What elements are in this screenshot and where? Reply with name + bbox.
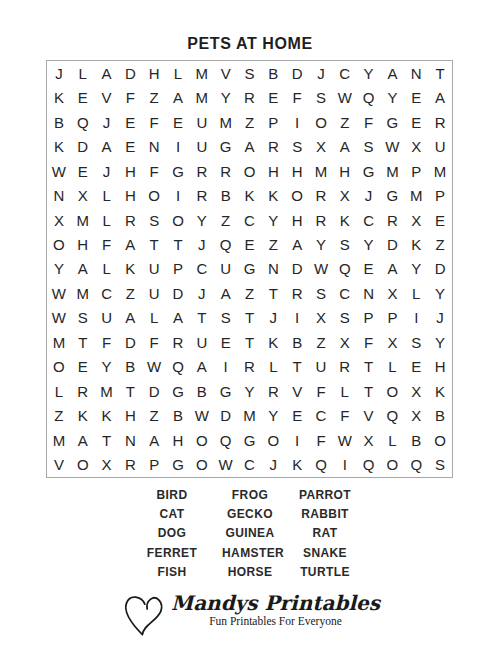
grid-cell-r4c11: S xyxy=(285,134,309,158)
grid-cell-r2c14: Q xyxy=(357,85,381,109)
grid-cell-r3c1: B xyxy=(47,110,71,134)
grid-cell-r8c1: O xyxy=(47,232,71,256)
grid-cell-r3c17: R xyxy=(428,110,452,134)
grid-cell-r3c2: Q xyxy=(71,110,95,134)
grid-cell-r2c8: Y xyxy=(214,85,238,109)
grid-cell-r11c11: I xyxy=(285,306,309,330)
grid-cell-r3c10: P xyxy=(261,110,285,134)
grid-cell-r9c17: D xyxy=(428,257,452,281)
grid-cell-r3c15: G xyxy=(381,110,405,134)
grid-cell-r9c7: C xyxy=(190,257,214,281)
grid-cell-r16c17: O xyxy=(428,428,452,452)
grid-cell-r2c2: E xyxy=(71,85,95,109)
grid-cell-r8c15: D xyxy=(381,232,405,256)
grid-cell-r17c12: Q xyxy=(309,453,333,477)
grid-cell-r1c7: M xyxy=(190,61,214,85)
grid-cell-r3c4: E xyxy=(118,110,142,134)
grid-cell-r9c11: D xyxy=(285,257,309,281)
grid-cell-r11c10: J xyxy=(261,306,285,330)
grid-cell-r6c13: X xyxy=(333,183,357,207)
grid-cell-r8c8: Q xyxy=(214,232,238,256)
word-item-bird: BIRD xyxy=(122,486,222,505)
grid-cell-r17c1: V xyxy=(47,453,71,477)
grid-cell-r7c8: Z xyxy=(214,208,238,232)
grid-cell-r8c12: Y xyxy=(309,232,333,256)
grid-cell-r15c17: B xyxy=(428,404,452,428)
grid-cell-r9c2: A xyxy=(71,257,95,281)
grid-cell-r5c16: P xyxy=(404,159,428,183)
grid-cell-r1c6: L xyxy=(166,61,190,85)
grid-cell-r2c9: R xyxy=(238,85,262,109)
word-item-rat: RAT xyxy=(278,524,372,543)
grid-cell-r15c2: K xyxy=(71,404,95,428)
grid-cell-r13c1: O xyxy=(47,355,71,379)
word-item-dog: DOG xyxy=(122,524,222,543)
grid-cell-r1c14: Y xyxy=(357,61,381,85)
grid-cell-r15c13: F xyxy=(333,404,357,428)
grid-cell-r17c5: P xyxy=(142,453,166,477)
grid-cell-r13c9: R xyxy=(238,355,262,379)
grid-cell-r10c7: J xyxy=(190,281,214,305)
grid-cell-r16c8: Q xyxy=(214,428,238,452)
grid-cell-r3c5: F xyxy=(142,110,166,134)
grid-cell-r15c3: K xyxy=(95,404,119,428)
grid-cell-r6c17: P xyxy=(428,183,452,207)
word-list-column-3: PARROTRABBITRATSNAKETURTLE xyxy=(278,486,372,582)
grid-cell-r6c6: I xyxy=(166,183,190,207)
grid-cell-r17c3: X xyxy=(95,453,119,477)
grid-cell-r16c15: L xyxy=(381,428,405,452)
grid-cell-r12c2: T xyxy=(71,330,95,354)
grid-cell-r4c17: U xyxy=(428,134,452,158)
grid-cell-r16c9: G xyxy=(238,428,262,452)
grid-cell-r11c3: U xyxy=(95,306,119,330)
grid-cell-r17c16: Q xyxy=(404,453,428,477)
grid-cell-r7c6: O xyxy=(166,208,190,232)
grid-cell-r12c12: Z xyxy=(309,330,333,354)
grid-cell-r17c13: I xyxy=(333,453,357,477)
grid-cell-r4c12: X xyxy=(309,134,333,158)
grid-cell-r6c7: R xyxy=(190,183,214,207)
grid-cell-r1c1: J xyxy=(47,61,71,85)
grid-cell-r2c11: F xyxy=(285,85,309,109)
grid-cell-r1c17: T xyxy=(428,61,452,85)
grid-cell-r17c11: K xyxy=(285,453,309,477)
grid-cell-r5c4: H xyxy=(118,159,142,183)
grid-cell-r17c8: W xyxy=(214,453,238,477)
grid-cell-r1c2: L xyxy=(71,61,95,85)
grid-cell-r5c15: M xyxy=(381,159,405,183)
grid-cell-r17c4: R xyxy=(118,453,142,477)
grid-cell-r17c2: O xyxy=(71,453,95,477)
grid-cell-r4c4: E xyxy=(118,134,142,158)
grid-cell-r3c14: F xyxy=(357,110,381,134)
grid-cell-r8c2: H xyxy=(71,232,95,256)
grid-cell-r8c17: Z xyxy=(428,232,452,256)
word-list: BIRDCATDOGFERRETFISH FROGGECKOGUINEAHAMS… xyxy=(122,486,372,582)
grid-cell-r6c3: L xyxy=(95,183,119,207)
grid-cell-r9c6: P xyxy=(166,257,190,281)
grid-cell-r8c14: Y xyxy=(357,232,381,256)
grid-cell-r12c3: F xyxy=(95,330,119,354)
grid-cell-r13c12: U xyxy=(309,355,333,379)
grid-cell-r17c17: S xyxy=(428,453,452,477)
grid-cell-r13c17: H xyxy=(428,355,452,379)
grid-cell-r7c12: R xyxy=(309,208,333,232)
grid-cell-r17c6: G xyxy=(166,453,190,477)
grid-cell-r11c17: J xyxy=(428,306,452,330)
grid-cell-r9c5: U xyxy=(142,257,166,281)
grid-cell-r6c8: B xyxy=(214,183,238,207)
grid-cell-r10c1: W xyxy=(47,281,71,305)
grid-cell-r12c10: K xyxy=(261,330,285,354)
grid-cell-r8c6: T xyxy=(166,232,190,256)
grid-cell-r14c2: R xyxy=(71,379,95,403)
grid-cell-r16c7: O xyxy=(190,428,214,452)
grid-cell-r8c7: J xyxy=(190,232,214,256)
word-item-hamster: HAMSTER xyxy=(222,544,278,563)
grid-cell-r12c6: R xyxy=(166,330,190,354)
grid-cell-r5c17: M xyxy=(428,159,452,183)
grid-cell-r5c8: R xyxy=(214,159,238,183)
grid-cell-r1c3: A xyxy=(95,61,119,85)
grid-cell-r15c14: V xyxy=(357,404,381,428)
grid-cell-r11c13: S xyxy=(333,306,357,330)
grid-cell-r4c7: U xyxy=(190,134,214,158)
brand-footer: Mandys Printables Fun Printables For Eve… xyxy=(0,591,500,642)
grid-cell-r10c13: C xyxy=(333,281,357,305)
grid-cell-r5c7: R xyxy=(190,159,214,183)
grid-cell-r10c16: L xyxy=(404,281,428,305)
grid-cell-r6c11: O xyxy=(285,183,309,207)
grid-cell-r17c9: C xyxy=(238,453,262,477)
grid-cell-r17c10: J xyxy=(261,453,285,477)
grid-cell-r3c16: E xyxy=(404,110,428,134)
grid-cell-r13c13: R xyxy=(333,355,357,379)
grid-cell-r16c4: N xyxy=(118,428,142,452)
grid-cell-r4c5: N xyxy=(142,134,166,158)
grid-cell-r9c13: Q xyxy=(333,257,357,281)
grid-cell-r15c8: D xyxy=(214,404,238,428)
grid-cell-r8c3: F xyxy=(95,232,119,256)
grid-cell-r1c5: H xyxy=(142,61,166,85)
grid-cell-r9c9: G xyxy=(238,257,262,281)
grid-cell-r5c11: H xyxy=(285,159,309,183)
grid-cell-r13c6: Q xyxy=(166,355,190,379)
grid-cell-r9c14: E xyxy=(357,257,381,281)
grid-cell-r14c8: G xyxy=(214,379,238,403)
word-item-horse: HORSE xyxy=(222,563,278,582)
grid-cell-r12c15: X xyxy=(381,330,405,354)
grid-cell-r11c12: X xyxy=(309,306,333,330)
grid-cell-r10c4: Z xyxy=(118,281,142,305)
grid-cell-r12c7: U xyxy=(190,330,214,354)
grid-cell-r9c1: Y xyxy=(47,257,71,281)
grid-cell-r8c5: T xyxy=(142,232,166,256)
grid-cell-r7c5: S xyxy=(142,208,166,232)
grid-cell-r15c10: Y xyxy=(261,404,285,428)
brand-text-block: Mandys Printables Fun Printables For Eve… xyxy=(171,591,380,628)
grid-cell-r17c14: Q xyxy=(357,453,381,477)
grid-cell-r2c1: K xyxy=(47,85,71,109)
grid-cell-r8c9: E xyxy=(238,232,262,256)
grid-cell-r9c10: N xyxy=(261,257,285,281)
grid-cell-r5c14: G xyxy=(357,159,381,183)
grid-cell-r12c5: F xyxy=(142,330,166,354)
brand-tagline: Fun Printables For Everyone xyxy=(171,615,380,628)
grid-cell-r14c7: B xyxy=(190,379,214,403)
grid-cell-r15c12: C xyxy=(309,404,333,428)
grid-cell-r13c8: I xyxy=(214,355,238,379)
word-item-guinea: GUINEA xyxy=(222,524,278,543)
grid-cell-r9c4: K xyxy=(118,257,142,281)
word-search-page: PETS AT HOME JLADHLMVSBDJCYANTKEVFZAMYRE… xyxy=(0,0,500,647)
grid-cell-r14c13: L xyxy=(333,379,357,403)
grid-cell-r4c1: K xyxy=(47,134,71,158)
grid-cell-r4c6: I xyxy=(166,134,190,158)
grid-cell-r7c14: C xyxy=(357,208,381,232)
grid-cell-r8c4: A xyxy=(118,232,142,256)
word-list-column-1: BIRDCATDOGFERRETFISH xyxy=(122,486,222,582)
grid-cell-r16c5: A xyxy=(142,428,166,452)
grid-cell-r6c9: K xyxy=(238,183,262,207)
grid-cell-r1c4: D xyxy=(118,61,142,85)
grid-cell-r6c4: H xyxy=(118,183,142,207)
grid-cell-r2c5: Z xyxy=(142,85,166,109)
grid-cell-r10c8: A xyxy=(214,281,238,305)
grid-cell-r14c5: D xyxy=(142,379,166,403)
grid-cell-r2c15: Y xyxy=(381,85,405,109)
grid-cell-r3c13: Z xyxy=(333,110,357,134)
grid-cell-r7c3: L xyxy=(95,208,119,232)
grid-cell-r8c10: Z xyxy=(261,232,285,256)
word-item-cat: CAT xyxy=(122,505,222,524)
word-item-gecko: GECKO xyxy=(222,505,278,524)
grid-cell-r3c9: Z xyxy=(238,110,262,134)
grid-cell-r15c15: Q xyxy=(381,404,405,428)
brand-name: Mandys Printables xyxy=(171,591,380,615)
grid-cell-r2c3: V xyxy=(95,85,119,109)
grid-cell-r16c1: M xyxy=(47,428,71,452)
grid-cell-r11c4: A xyxy=(118,306,142,330)
grid-cell-r14c15: O xyxy=(381,379,405,403)
grid-cell-r17c7: O xyxy=(190,453,214,477)
grid-cell-r13c7: A xyxy=(190,355,214,379)
grid-cell-r13c16: E xyxy=(404,355,428,379)
word-item-rabbit: RABBIT xyxy=(278,505,372,524)
grid-cell-r10c2: M xyxy=(71,281,95,305)
grid-cell-r16c2: A xyxy=(71,428,95,452)
grid-cell-r2c7: M xyxy=(190,85,214,109)
grid-cell-r11c5: L xyxy=(142,306,166,330)
grid-cell-r15c5: Z xyxy=(142,404,166,428)
grid-cell-r7c7: Y xyxy=(190,208,214,232)
grid-cell-r16c13: W xyxy=(333,428,357,452)
grid-cell-r5c6: G xyxy=(166,159,190,183)
word-item-frog: FROG xyxy=(222,486,278,505)
grid-cell-r5c1: W xyxy=(47,159,71,183)
grid-cell-r13c3: Y xyxy=(95,355,119,379)
grid-cell-r12c13: X xyxy=(333,330,357,354)
grid-cell-r11c6: A xyxy=(166,306,190,330)
grid-cell-r7c2: M xyxy=(71,208,95,232)
grid-cell-r5c5: F xyxy=(142,159,166,183)
grid-cell-r15c11: E xyxy=(285,404,309,428)
grid-cell-r12c8: E xyxy=(214,330,238,354)
grid-cell-r10c5: U xyxy=(142,281,166,305)
grid-cell-r1c10: B xyxy=(261,61,285,85)
grid-cell-r7c1: X xyxy=(47,208,71,232)
grid-cell-r10c11: R xyxy=(285,281,309,305)
grid-cell-r5c3: J xyxy=(95,159,119,183)
grid-cell-r10c10: T xyxy=(261,281,285,305)
grid-cell-r4c2: D xyxy=(71,134,95,158)
grid-cell-r14c12: F xyxy=(309,379,333,403)
grid-cell-r6c5: O xyxy=(142,183,166,207)
grid-cell-r15c9: M xyxy=(238,404,262,428)
grid-cell-r11c9: T xyxy=(238,306,262,330)
grid-cell-r11c14: P xyxy=(357,306,381,330)
grid-cell-r6c1: N xyxy=(47,183,71,207)
grid-cell-r1c13: C xyxy=(333,61,357,85)
grid-cell-r1c15: A xyxy=(381,61,405,85)
grid-cell-r1c12: J xyxy=(309,61,333,85)
grid-cell-r9c15: A xyxy=(381,257,405,281)
grid-cell-r4c10: R xyxy=(261,134,285,158)
grid-cell-r16c16: B xyxy=(404,428,428,452)
grid-cell-r15c4: H xyxy=(118,404,142,428)
grid-cell-r4c9: A xyxy=(238,134,262,158)
word-item-ferret: FERRET xyxy=(122,544,222,563)
grid-cell-r4c8: G xyxy=(214,134,238,158)
grid-cell-r7c13: K xyxy=(333,208,357,232)
grid-cell-r12c11: B xyxy=(285,330,309,354)
grid-cell-r5c2: E xyxy=(71,159,95,183)
grid-cell-r15c7: W xyxy=(190,404,214,428)
grid-cell-r11c8: S xyxy=(214,306,238,330)
grid-cell-r12c14: F xyxy=(357,330,381,354)
grid-cell-r9c8: U xyxy=(214,257,238,281)
grid-cell-r2c17: A xyxy=(428,85,452,109)
grid-cell-r13c2: E xyxy=(71,355,95,379)
grid-cell-r1c8: V xyxy=(214,61,238,85)
grid-cell-r6c15: G xyxy=(381,183,405,207)
word-search-grid: JLADHLMVSBDJCYANTKEVFZAMYREFSWQYEABQJEFE… xyxy=(46,60,453,478)
grid-cell-r8c11: A xyxy=(285,232,309,256)
grid-cell-r3c11: I xyxy=(285,110,309,134)
grid-cell-r6c2: X xyxy=(71,183,95,207)
grid-cell-r2c12: S xyxy=(309,85,333,109)
grid-cell-r12c16: S xyxy=(404,330,428,354)
grid-cell-r2c13: W xyxy=(333,85,357,109)
grid-cell-r17c15: O xyxy=(381,453,405,477)
grid-cell-r5c13: H xyxy=(333,159,357,183)
grid-cell-r14c10: R xyxy=(261,379,285,403)
grid-cell-r8c13: S xyxy=(333,232,357,256)
grid-cell-r4c15: W xyxy=(381,134,405,158)
grid-cell-r5c10: H xyxy=(261,159,285,183)
grid-cell-r2c10: E xyxy=(261,85,285,109)
grid-cell-r16c10: O xyxy=(261,428,285,452)
grid-cell-r14c17: K xyxy=(428,379,452,403)
grid-cell-r11c1: W xyxy=(47,306,71,330)
grid-cell-r1c9: S xyxy=(238,61,262,85)
puzzle-title: PETS AT HOME xyxy=(0,35,500,53)
grid-cell-r7c11: H xyxy=(285,208,309,232)
word-item-fish: FISH xyxy=(122,563,222,582)
grid-cell-r16c11: I xyxy=(285,428,309,452)
grid-cell-r11c7: T xyxy=(190,306,214,330)
grid-cell-r6c14: J xyxy=(357,183,381,207)
grid-cell-r6c10: K xyxy=(261,183,285,207)
grid-cell-r14c3: M xyxy=(95,379,119,403)
heart-outline-icon xyxy=(120,592,168,642)
grid-cell-r13c4: B xyxy=(118,355,142,379)
grid-cell-r8c16: K xyxy=(404,232,428,256)
grid-cell-r9c16: Y xyxy=(404,257,428,281)
grid-cell-r12c9: T xyxy=(238,330,262,354)
grid-cell-r2c16: E xyxy=(404,85,428,109)
grid-cell-r10c15: X xyxy=(381,281,405,305)
grid-cell-r10c3: C xyxy=(95,281,119,305)
grid-cell-r14c4: T xyxy=(118,379,142,403)
grid-cell-r10c17: Y xyxy=(428,281,452,305)
grid-cell-r10c9: Z xyxy=(238,281,262,305)
grid-cell-r15c1: Z xyxy=(47,404,71,428)
grid-cell-r13c11: T xyxy=(285,355,309,379)
grid-cell-r6c12: R xyxy=(309,183,333,207)
word-item-snake: SNAKE xyxy=(278,544,372,563)
grid-cell-r15c16: X xyxy=(404,404,428,428)
grid-cell-r3c12: O xyxy=(309,110,333,134)
grid-cell-r14c6: G xyxy=(166,379,190,403)
grid-cell-r14c11: V xyxy=(285,379,309,403)
grid-cell-r6c16: M xyxy=(404,183,428,207)
grid-cell-r5c9: O xyxy=(238,159,262,183)
grid-cell-r5c12: M xyxy=(309,159,333,183)
grid-cell-r13c14: T xyxy=(357,355,381,379)
grid-cell-r4c16: X xyxy=(404,134,428,158)
grid-cell-r11c16: I xyxy=(404,306,428,330)
grid-cell-r10c12: S xyxy=(309,281,333,305)
grid-cell-r11c2: S xyxy=(71,306,95,330)
grid-cell-r16c6: H xyxy=(166,428,190,452)
grid-cell-r3c6: E xyxy=(166,110,190,134)
grid-cell-r2c6: A xyxy=(166,85,190,109)
grid-cell-r12c1: M xyxy=(47,330,71,354)
grid-cell-r10c14: N xyxy=(357,281,381,305)
grid-cell-r3c7: U xyxy=(190,110,214,134)
grid-cell-r10c6: D xyxy=(166,281,190,305)
grid-cell-r14c1: L xyxy=(47,379,71,403)
grid-cell-r3c8: M xyxy=(214,110,238,134)
grid-cell-r11c15: P xyxy=(381,306,405,330)
grid-cell-r7c17: E xyxy=(428,208,452,232)
grid-cell-r16c3: T xyxy=(95,428,119,452)
word-list-column-2: FROGGECKOGUINEAHAMSTERHORSE xyxy=(222,486,278,582)
word-item-turtle: TURTLE xyxy=(278,563,372,582)
grid-cell-r7c15: R xyxy=(381,208,405,232)
grid-cell-r1c11: D xyxy=(285,61,309,85)
grid-cell-r9c3: L xyxy=(95,257,119,281)
grid-cell-r15c6: B xyxy=(166,404,190,428)
grid-cell-r4c13: A xyxy=(333,134,357,158)
grid-cell-r12c4: D xyxy=(118,330,142,354)
grid-cell-r13c5: W xyxy=(142,355,166,379)
grid-cell-r2c4: F xyxy=(118,85,142,109)
grid-cell-r7c16: X xyxy=(404,208,428,232)
grid-cell-r3c3: J xyxy=(95,110,119,134)
